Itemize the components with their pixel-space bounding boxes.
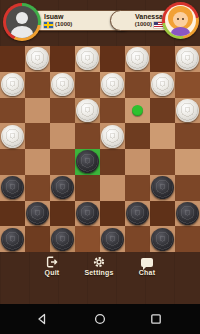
board-cell[interactable] (175, 123, 200, 149)
board-cell[interactable] (150, 175, 175, 201)
board-cell[interactable] (125, 201, 150, 227)
board-cell[interactable] (175, 72, 200, 98)
board-cell[interactable] (0, 123, 25, 149)
board-cell[interactable] (100, 201, 125, 227)
white-piece[interactable] (101, 73, 124, 96)
chat-bubble-icon (141, 256, 153, 268)
board-cell[interactable] (150, 72, 175, 98)
board-cell[interactable] (25, 46, 50, 72)
board-cell[interactable] (175, 149, 200, 175)
board-cell[interactable] (100, 46, 125, 72)
player-right-rating: (1000) (135, 21, 152, 28)
board-cell[interactable] (125, 226, 150, 252)
board-cell[interactable] (25, 98, 50, 124)
board-cell[interactable] (125, 46, 150, 72)
board-cell[interactable] (125, 98, 150, 124)
board-cell[interactable] (125, 149, 150, 175)
black-piece[interactable] (1, 176, 24, 199)
board-cell[interactable] (25, 226, 50, 252)
board-cell[interactable] (75, 98, 100, 124)
board-cell[interactable] (175, 201, 200, 227)
board-cell[interactable] (25, 175, 50, 201)
black-piece[interactable] (51, 176, 74, 199)
board-cell[interactable] (75, 175, 100, 201)
player-left-avatar[interactable] (3, 3, 41, 41)
move-hint-dot[interactable] (132, 105, 143, 116)
black-piece[interactable] (51, 228, 74, 251)
black-piece[interactable] (151, 228, 174, 251)
board-cell[interactable] (0, 72, 25, 98)
board-cell[interactable] (0, 46, 25, 72)
board-cell[interactable] (75, 226, 100, 252)
board-cell[interactable] (75, 72, 100, 98)
board-cell[interactable] (150, 98, 175, 124)
board-cell[interactable] (150, 123, 175, 149)
board-cell[interactable] (0, 175, 25, 201)
board (0, 46, 200, 252)
board-cell[interactable] (0, 201, 25, 227)
android-nav-bar (0, 304, 200, 334)
black-piece[interactable] (76, 150, 99, 173)
board-cell[interactable] (175, 46, 200, 72)
white-piece[interactable] (26, 47, 49, 70)
settings-label: Settings (84, 269, 113, 276)
board-cell[interactable] (75, 201, 100, 227)
exit-icon (46, 256, 58, 268)
white-piece[interactable] (176, 47, 199, 70)
quit-button[interactable]: Quit (29, 256, 75, 276)
board-cell[interactable] (25, 149, 50, 175)
board-cell[interactable] (50, 149, 75, 175)
person-silhouette-icon (6, 6, 38, 38)
board-cell[interactable] (150, 201, 175, 227)
board-cell[interactable] (125, 72, 150, 98)
board-cell[interactable] (50, 123, 75, 149)
board-cell[interactable] (50, 226, 75, 252)
board-cell[interactable] (50, 98, 75, 124)
white-piece[interactable] (101, 125, 124, 148)
back-icon[interactable] (36, 313, 48, 325)
board-cell[interactable] (0, 149, 25, 175)
board-cell[interactable] (25, 72, 50, 98)
app-screen: Isuaw (1000) Vanessa (1000) (0, 0, 200, 334)
board-cell[interactable] (75, 123, 100, 149)
board-cell[interactable] (50, 201, 75, 227)
quit-label: Quit (45, 269, 60, 276)
bottom-controls: Quit Settings Chat (0, 252, 200, 304)
black-piece[interactable] (76, 202, 99, 225)
board-cell[interactable] (100, 149, 125, 175)
board-cell[interactable] (50, 175, 75, 201)
board-cell[interactable] (175, 98, 200, 124)
board-cell[interactable] (100, 72, 125, 98)
board-cell[interactable] (100, 98, 125, 124)
black-piece[interactable] (1, 228, 24, 251)
black-piece[interactable] (126, 202, 149, 225)
settings-button[interactable]: Settings (76, 256, 122, 276)
board-cell[interactable] (0, 98, 25, 124)
black-piece[interactable] (176, 202, 199, 225)
board-cell[interactable] (150, 226, 175, 252)
board-cell[interactable] (150, 46, 175, 72)
white-piece[interactable] (176, 99, 199, 122)
board-cell[interactable] (175, 175, 200, 201)
white-piece[interactable] (126, 47, 149, 70)
white-piece[interactable] (51, 73, 74, 96)
board-cell[interactable] (0, 226, 25, 252)
white-piece[interactable] (76, 99, 99, 122)
white-piece[interactable] (1, 73, 24, 96)
board-cell[interactable] (125, 175, 150, 201)
board-cell[interactable] (100, 123, 125, 149)
player-right-avatar[interactable] (162, 2, 199, 39)
board-cell[interactable] (125, 123, 150, 149)
black-piece[interactable] (26, 202, 49, 225)
chat-button[interactable]: Chat (124, 256, 170, 276)
chat-label: Chat (139, 269, 155, 276)
board-cell[interactable] (50, 72, 75, 98)
board-cell[interactable] (175, 226, 200, 252)
board-cell[interactable] (100, 226, 125, 252)
board-cell[interactable] (75, 46, 100, 72)
black-piece[interactable] (151, 176, 174, 199)
board-cell[interactable] (25, 201, 50, 227)
gear-icon (93, 256, 105, 268)
board-cell[interactable] (75, 149, 100, 175)
black-piece[interactable] (101, 228, 124, 251)
home-icon[interactable] (94, 313, 106, 325)
board-cell[interactable] (50, 46, 75, 72)
board-cell[interactable] (25, 123, 50, 149)
recents-icon[interactable] (150, 313, 162, 325)
board-cell[interactable] (100, 175, 125, 201)
board-cell[interactable] (150, 149, 175, 175)
white-piece[interactable] (151, 73, 174, 96)
sweden-flag-icon (44, 22, 53, 28)
girl-avatar-image (165, 5, 196, 36)
white-piece[interactable] (1, 125, 24, 148)
player-left-rating: (1000) (55, 21, 72, 28)
white-piece[interactable] (76, 47, 99, 70)
